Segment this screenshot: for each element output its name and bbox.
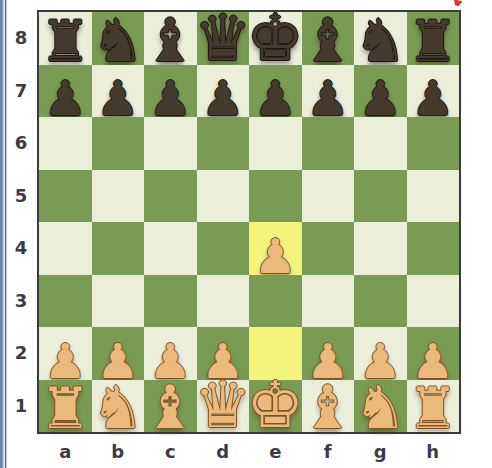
piece-black-bishop-c8[interactable]: ♝ xyxy=(143,10,197,70)
rank-label-5: 5 xyxy=(9,185,33,206)
square-b8[interactable]: ♞ xyxy=(92,12,145,65)
piece-white-queen-d1[interactable]: ♛ xyxy=(194,373,251,437)
piece-white-bishop-c1[interactable]: ♝ xyxy=(143,377,197,437)
square-c7[interactable]: ♟ xyxy=(144,65,197,118)
square-d4[interactable] xyxy=(197,222,250,275)
square-g5[interactable] xyxy=(354,170,407,223)
square-h7[interactable]: ♟ xyxy=(407,65,460,118)
square-a6[interactable] xyxy=(39,117,92,170)
square-d8[interactable]: ♛ xyxy=(197,12,250,65)
piece-black-king-e8[interactable]: ♚ xyxy=(247,6,304,70)
square-d5[interactable] xyxy=(197,170,250,223)
piece-black-bishop-f8[interactable]: ♝ xyxy=(301,10,355,70)
piece-black-pawn-d7[interactable]: ♟ xyxy=(201,74,244,122)
rank-label-4: 4 xyxy=(9,237,33,258)
piece-black-pawn-b7[interactable]: ♟ xyxy=(96,74,139,122)
square-b1[interactable]: ♞ xyxy=(92,380,145,433)
square-b2[interactable]: ♟ xyxy=(92,327,145,380)
square-e7[interactable]: ♟ xyxy=(249,65,302,118)
square-e4[interactable]: ♟ xyxy=(249,222,302,275)
piece-white-rook-a1[interactable]: ♜ xyxy=(40,380,91,437)
square-h3[interactable] xyxy=(407,275,460,328)
square-b7[interactable]: ♟ xyxy=(92,65,145,118)
square-g7[interactable]: ♟ xyxy=(354,65,407,118)
square-h2[interactable]: ♟ xyxy=(407,327,460,380)
piece-black-rook-a8[interactable]: ♜ xyxy=(40,13,91,70)
square-f1[interactable]: ♝ xyxy=(302,380,355,433)
piece-white-bishop-f1[interactable]: ♝ xyxy=(301,377,355,437)
square-g1[interactable]: ♞ xyxy=(354,380,407,433)
square-c6[interactable] xyxy=(144,117,197,170)
piece-white-rook-h1[interactable]: ♜ xyxy=(407,380,458,437)
square-h4[interactable] xyxy=(407,222,460,275)
square-f4[interactable] xyxy=(302,222,355,275)
file-label-g: g xyxy=(369,441,391,462)
red-annotation-mark xyxy=(452,0,462,7)
file-label-d: d xyxy=(212,441,234,462)
window-edge-strip xyxy=(0,0,7,468)
file-label-h: h xyxy=(422,441,444,462)
rank-label-1: 1 xyxy=(9,395,33,416)
square-g4[interactable] xyxy=(354,222,407,275)
square-h5[interactable] xyxy=(407,170,460,223)
rank-label-6: 6 xyxy=(9,132,33,153)
square-d6[interactable] xyxy=(197,117,250,170)
chess-board: ♜♞♝♛♚♝♞♜♟♟♟♟♟♟♟♟♟♟♟♟♟♟♟♟♜♞♝♛♚♝♞♜ xyxy=(39,12,459,432)
piece-black-pawn-g7[interactable]: ♟ xyxy=(359,74,402,122)
square-f3[interactable] xyxy=(302,275,355,328)
square-b5[interactable] xyxy=(92,170,145,223)
square-a2[interactable]: ♟ xyxy=(39,327,92,380)
square-g8[interactable]: ♞ xyxy=(354,12,407,65)
square-h8[interactable]: ♜ xyxy=(407,12,460,65)
file-label-e: e xyxy=(264,441,286,462)
square-d7[interactable]: ♟ xyxy=(197,65,250,118)
square-d1[interactable]: ♛ xyxy=(197,380,250,433)
rank-label-7: 7 xyxy=(9,80,33,101)
square-b4[interactable] xyxy=(92,222,145,275)
square-g2[interactable]: ♟ xyxy=(354,327,407,380)
piece-black-knight-g8[interactable]: ♞ xyxy=(354,11,407,70)
square-e5[interactable] xyxy=(249,170,302,223)
square-c3[interactable] xyxy=(144,275,197,328)
square-c5[interactable] xyxy=(144,170,197,223)
file-label-b: b xyxy=(107,441,129,462)
square-a3[interactable] xyxy=(39,275,92,328)
square-b3[interactable] xyxy=(92,275,145,328)
square-a4[interactable] xyxy=(39,222,92,275)
file-label-a: a xyxy=(54,441,76,462)
square-g6[interactable] xyxy=(354,117,407,170)
piece-black-pawn-h7[interactable]: ♟ xyxy=(411,74,454,122)
piece-black-pawn-e7[interactable]: ♟ xyxy=(254,74,297,122)
rank-label-8: 8 xyxy=(9,27,33,48)
square-h1[interactable]: ♜ xyxy=(407,380,460,433)
square-a1[interactable]: ♜ xyxy=(39,380,92,433)
square-f8[interactable]: ♝ xyxy=(302,12,355,65)
square-e8[interactable]: ♚ xyxy=(249,12,302,65)
square-c4[interactable] xyxy=(144,222,197,275)
square-a5[interactable] xyxy=(39,170,92,223)
file-label-c: c xyxy=(159,441,181,462)
square-e3[interactable] xyxy=(249,275,302,328)
piece-white-king-e1[interactable]: ♚ xyxy=(247,373,304,437)
square-d3[interactable] xyxy=(197,275,250,328)
square-c1[interactable]: ♝ xyxy=(144,380,197,433)
rank-label-2: 2 xyxy=(9,342,33,363)
square-e1[interactable]: ♚ xyxy=(249,380,302,433)
square-e6[interactable] xyxy=(249,117,302,170)
piece-black-knight-b8[interactable]: ♞ xyxy=(91,11,144,70)
square-g3[interactable] xyxy=(354,275,407,328)
square-f5[interactable] xyxy=(302,170,355,223)
square-b6[interactable] xyxy=(92,117,145,170)
piece-black-rook-h8[interactable]: ♜ xyxy=(407,13,458,70)
piece-black-pawn-f7[interactable]: ♟ xyxy=(306,74,349,122)
square-f6[interactable] xyxy=(302,117,355,170)
chess-app-window: 87654321 ♜♞♝♛♚♝♞♜♟♟♟♟♟♟♟♟♟♟♟♟♟♟♟♟♜♞♝♛♚♝♞… xyxy=(0,0,492,468)
square-f7[interactable]: ♟ xyxy=(302,65,355,118)
piece-black-queen-d8[interactable]: ♛ xyxy=(194,6,251,70)
piece-white-knight-g1[interactable]: ♞ xyxy=(354,378,407,437)
rank-label-3: 3 xyxy=(9,290,33,311)
piece-white-knight-b1[interactable]: ♞ xyxy=(91,378,144,437)
square-a8[interactable]: ♜ xyxy=(39,12,92,65)
square-h6[interactable] xyxy=(407,117,460,170)
square-a7[interactable]: ♟ xyxy=(39,65,92,118)
square-c8[interactable]: ♝ xyxy=(144,12,197,65)
piece-black-pawn-c7[interactable]: ♟ xyxy=(149,74,192,122)
file-label-f: f xyxy=(317,441,339,462)
chess-board-frame: ♜♞♝♛♚♝♞♜♟♟♟♟♟♟♟♟♟♟♟♟♟♟♟♟♜♞♝♛♚♝♞♜ xyxy=(37,10,461,434)
piece-black-pawn-a7[interactable]: ♟ xyxy=(44,74,87,122)
piece-white-pawn-e4[interactable]: ♟ xyxy=(254,232,297,280)
